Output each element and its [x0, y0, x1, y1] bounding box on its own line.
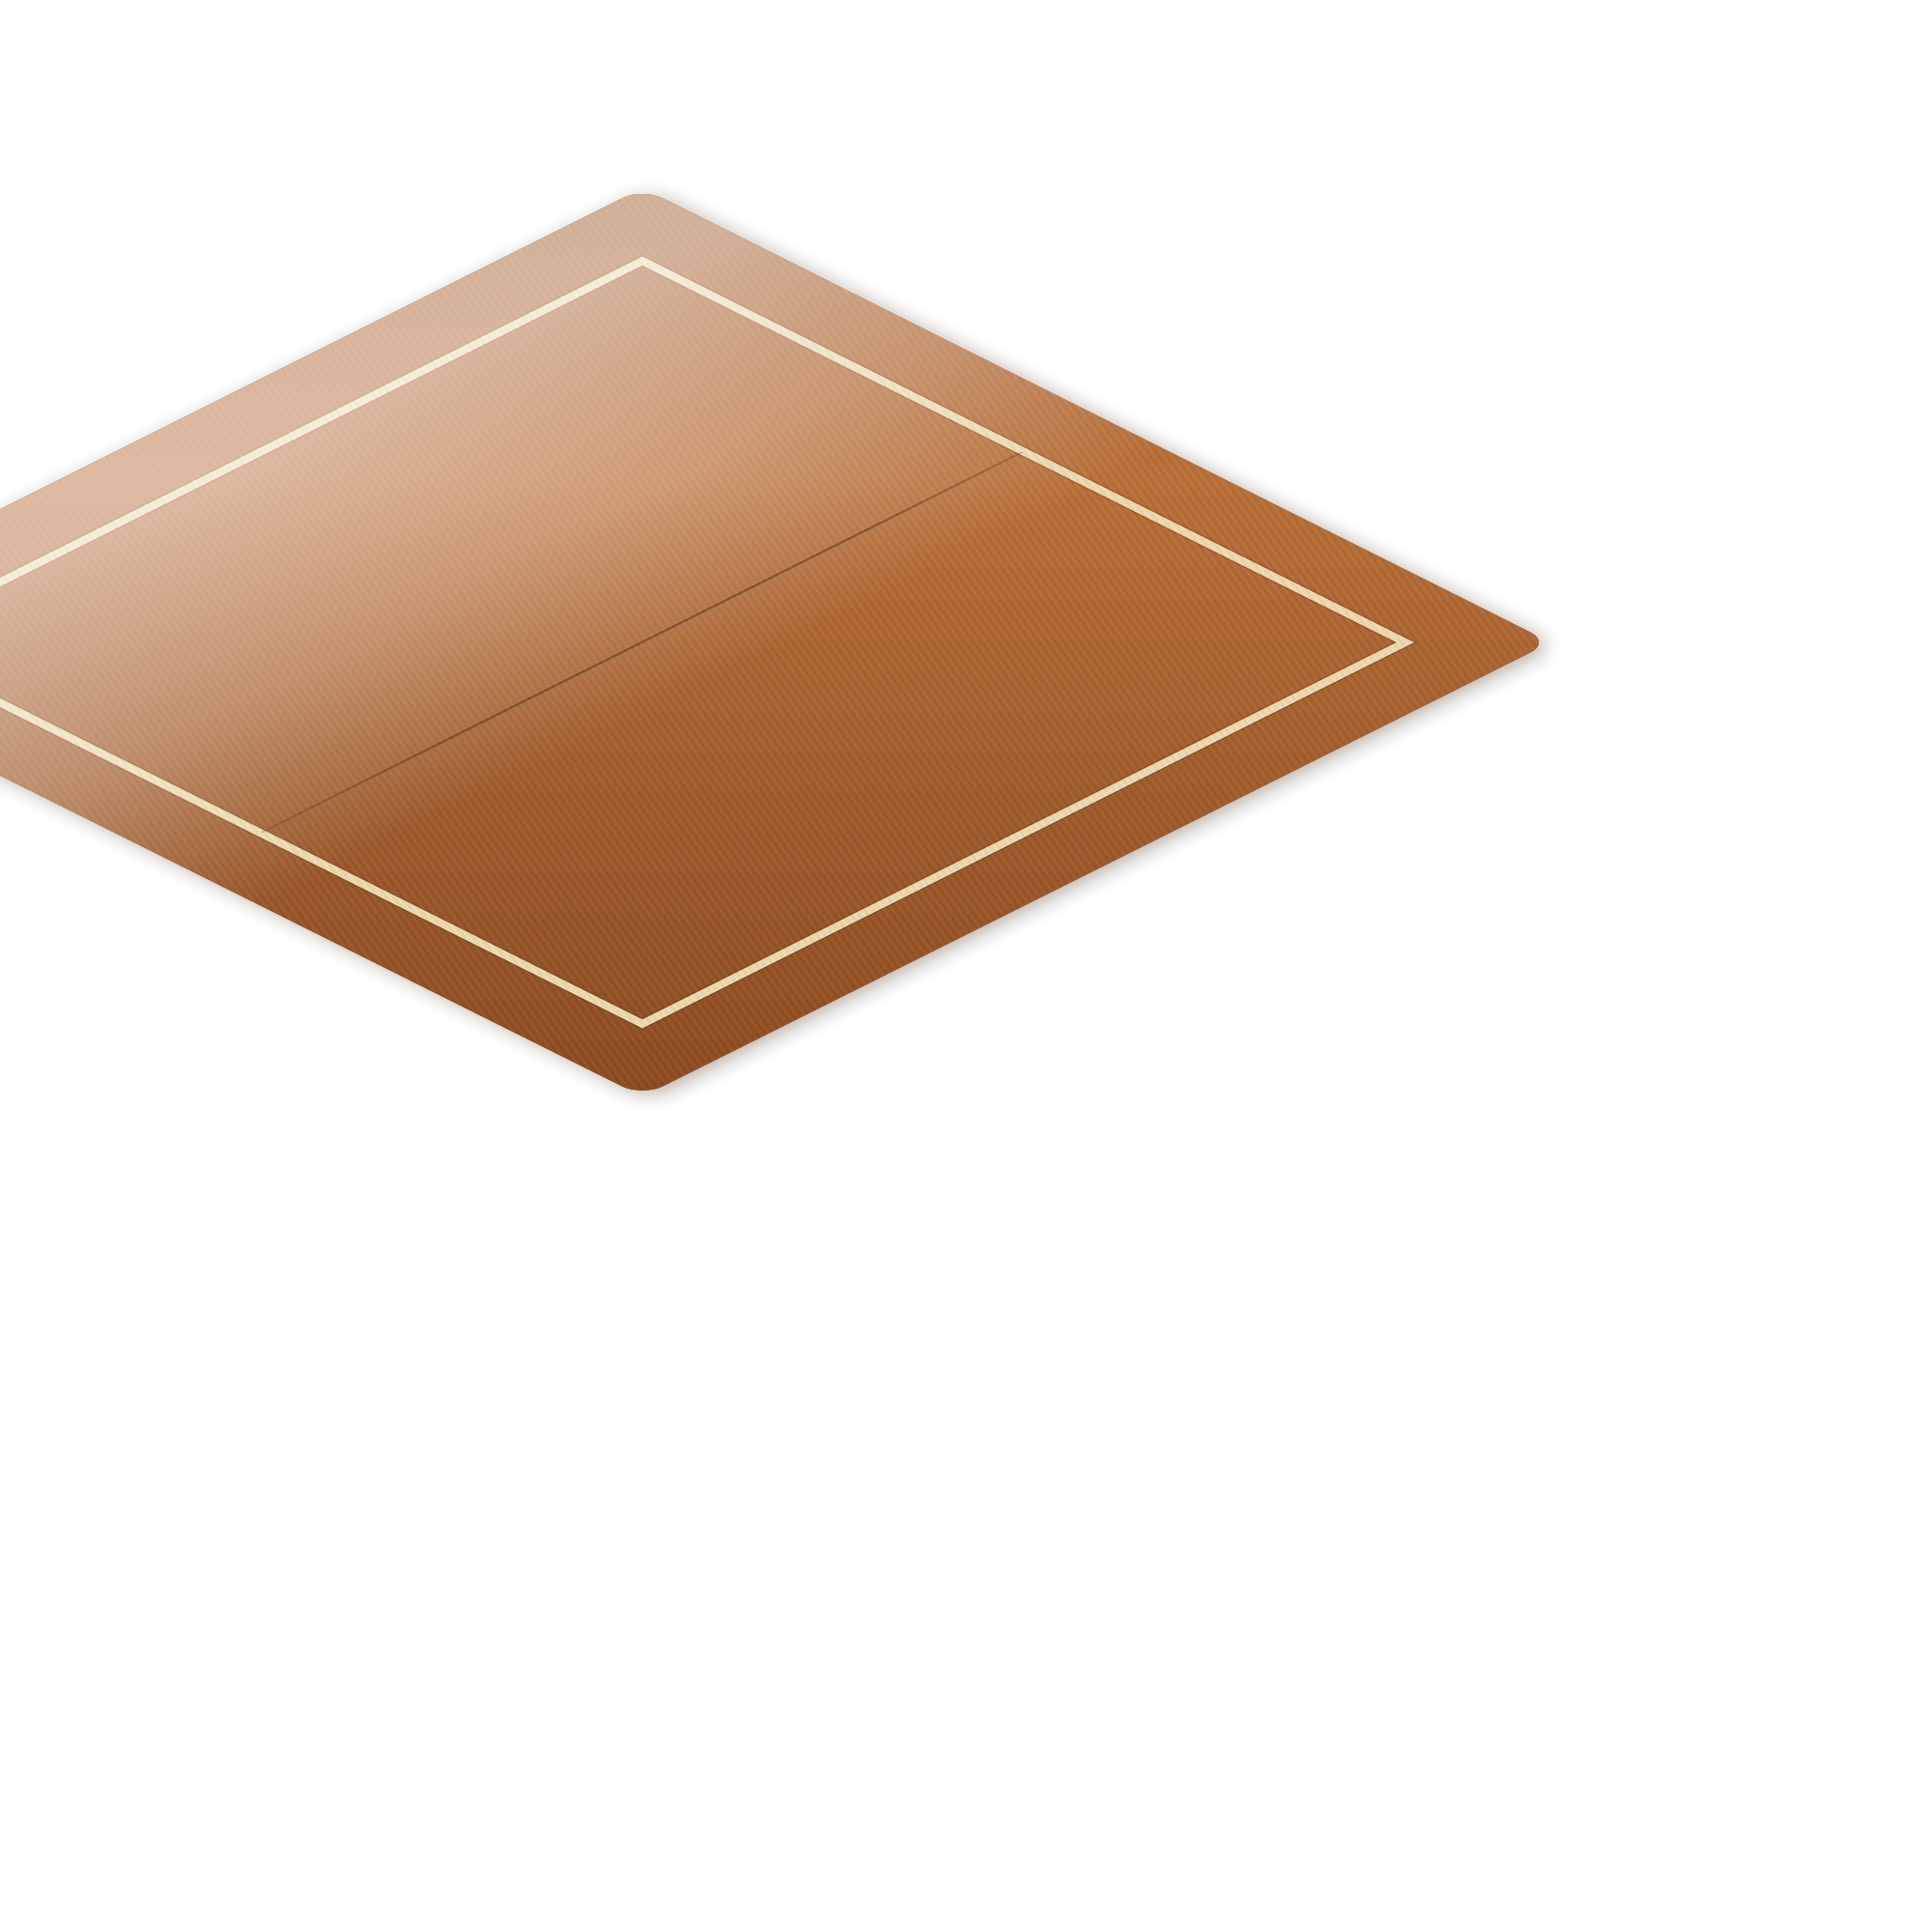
product-photo-scene [0, 0, 1932, 1932]
far-side-light-wash [0, 188, 1550, 1096]
chess-board [0, 188, 1550, 1096]
